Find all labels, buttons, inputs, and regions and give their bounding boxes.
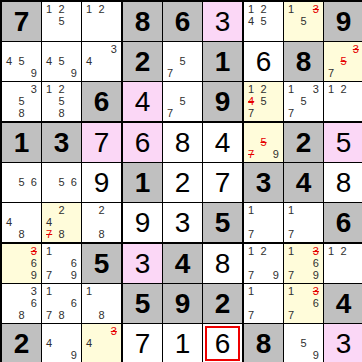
empty-slot [68, 83, 80, 95]
empty-slot [43, 176, 55, 188]
candidate-6: 6 [68, 297, 80, 309]
empty-slot [3, 68, 15, 80]
solved-digit: 6 [135, 129, 151, 157]
empty-slot [257, 285, 269, 297]
empty-slot [297, 297, 309, 309]
empty-slot [257, 216, 269, 228]
empty-slot [3, 257, 15, 269]
empty-slot [28, 216, 40, 228]
cell-r9c3[interactable]: 34 [82, 324, 123, 362]
empty-slot [43, 204, 55, 216]
empty-slot [95, 285, 107, 297]
cell-r4c9[interactable]: 5 [324, 123, 362, 163]
candidate-5: 5 [176, 95, 188, 107]
empty-slot [297, 245, 309, 257]
candidate-grid: 34 [83, 43, 120, 80]
empty-slot [68, 229, 80, 241]
empty-slot [68, 28, 80, 40]
cell-r1c3[interactable]: 12 [82, 2, 123, 42]
empty-slot [15, 216, 27, 228]
solved-digit: 7 [135, 330, 151, 358]
cell-r2c7[interactable]: 6 [244, 42, 284, 82]
empty-slot [15, 245, 27, 257]
empty-slot [325, 108, 337, 120]
empty-slot [15, 257, 27, 269]
empty-slot [43, 189, 55, 201]
cell-r5c1[interactable]: 56 [2, 163, 42, 203]
empty-slot [3, 204, 15, 216]
cell-r1c5[interactable]: 6 [163, 2, 203, 42]
empty-slot [15, 43, 27, 55]
cell-r3c9[interactable]: 12 [324, 82, 362, 123]
candidate-1: 1 [83, 3, 95, 15]
cell-r3c4[interactable]: 4 [123, 82, 163, 123]
empty-slot [337, 270, 349, 282]
cell-r1c2[interactable]: 125 [42, 2, 82, 42]
cell-r8c2[interactable]: 1678 [42, 284, 82, 324]
struck-candidate-5: 5 [337, 55, 349, 67]
empty-slot [83, 43, 95, 55]
empty-slot [310, 229, 322, 241]
cell-r3c6[interactable]: 9 [203, 82, 244, 123]
empty-slot [28, 108, 40, 120]
candidate-grid: 12 [83, 3, 120, 40]
empty-slot [95, 28, 107, 40]
empty-slot [43, 164, 55, 176]
empty-slot [15, 164, 27, 176]
solved-digit: 8 [336, 169, 352, 197]
empty-slot [68, 95, 80, 107]
empty-slot [43, 28, 55, 40]
struck-candidate-3: 3 [350, 43, 362, 55]
cell-r2c5[interactable]: 57 [163, 42, 203, 82]
empty-slot [257, 310, 269, 322]
candidate-grid: 579 [245, 124, 282, 161]
cell-r6c2[interactable]: 2478 [42, 203, 82, 244]
cell-r1c6[interactable]: 3 [203, 2, 244, 42]
empty-slot [55, 297, 67, 309]
given-digit: 6 [175, 8, 191, 36]
empty-slot [270, 95, 282, 107]
cell-r5c7[interactable]: 3 [244, 163, 284, 203]
cell-r4c8[interactable]: 2 [284, 123, 324, 163]
candidate-grid: 17 [285, 204, 322, 241]
candidate-3: 3 [28, 285, 40, 297]
cell-r9c1[interactable]: 2 [2, 324, 42, 362]
solved-digit: 3 [336, 330, 352, 358]
cell-r3c5[interactable]: 57 [163, 82, 203, 123]
cell-r2c4[interactable]: 2 [123, 42, 163, 82]
candidate-grid: 12457 [245, 83, 282, 120]
cell-r4c5[interactable]: 8 [163, 123, 203, 163]
cell-r3c8[interactable]: 1357 [284, 82, 324, 123]
candidate-7: 7 [285, 229, 297, 241]
candidate-grid: 12 [325, 83, 362, 120]
empty-slot [55, 350, 67, 362]
candidate-8: 8 [55, 108, 67, 120]
cell-r7c5[interactable]: 4 [163, 244, 203, 284]
cell-r3c2[interactable]: 1258 [42, 82, 82, 123]
empty-slot [68, 189, 80, 201]
empty-slot [3, 164, 15, 176]
candidate-9: 9 [310, 270, 322, 282]
cell-r3c1[interactable]: 358 [2, 82, 42, 123]
solved-digit: 6 [215, 330, 231, 358]
candidate-2: 2 [257, 245, 269, 257]
struck-candidate-7: 7 [43, 229, 55, 241]
candidate-1: 1 [43, 83, 55, 95]
candidate-grid: 1258 [43, 83, 80, 120]
board-row-3: 35812586457912457135712 [2, 82, 362, 123]
cell-r5c2[interactable]: 56 [42, 163, 82, 203]
empty-slot [245, 136, 257, 148]
empty-slot [108, 310, 120, 322]
struck-candidate-3: 3 [28, 245, 40, 257]
cell-r6c6[interactable]: 5 [203, 203, 244, 244]
empty-slot [297, 310, 309, 322]
candidate-2: 2 [55, 83, 67, 95]
empty-slot [257, 124, 269, 136]
empty-slot [68, 55, 80, 67]
empty-slot [257, 229, 269, 241]
cell-r8c6[interactable]: 2 [203, 284, 244, 324]
empty-slot [68, 164, 80, 176]
empty-slot [28, 310, 40, 322]
candidate-grid: 13679 [285, 245, 322, 282]
empty-slot [68, 285, 80, 297]
candidate-grid: 357 [325, 43, 362, 80]
empty-slot [310, 325, 322, 337]
empty-slot [55, 164, 67, 176]
empty-slot [297, 204, 309, 216]
empty-slot [28, 204, 40, 216]
empty-slot [310, 28, 322, 40]
candidate-2: 2 [55, 204, 67, 216]
empty-slot [108, 28, 120, 40]
empty-slot [337, 43, 349, 55]
empty-slot [95, 325, 107, 337]
cell-r1c8[interactable]: 135 [284, 2, 324, 42]
given-digit: 6 [94, 88, 110, 116]
given-digit: 2 [14, 330, 30, 358]
cell-r6c7[interactable]: 17 [244, 203, 284, 244]
cell-r4c3[interactable]: 7 [82, 123, 123, 163]
empty-slot [257, 149, 269, 161]
empty-slot [43, 95, 55, 107]
empty-slot [95, 55, 107, 67]
cell-r7c7[interactable]: 1279 [244, 244, 284, 284]
empty-slot [350, 95, 362, 107]
cell-r2c1[interactable]: 459 [2, 42, 42, 82]
empty-slot [95, 297, 107, 309]
empty-slot [83, 350, 95, 362]
empty-slot [108, 216, 120, 228]
empty-slot [297, 350, 309, 362]
empty-slot [325, 95, 337, 107]
empty-slot [28, 43, 40, 55]
empty-slot [55, 189, 67, 201]
empty-slot [108, 350, 120, 362]
empty-slot [176, 108, 188, 120]
board-row-1: 71251286312451359 [2, 2, 362, 42]
given-digit: 1 [215, 48, 231, 76]
empty-slot [95, 337, 107, 349]
candidate-grid: 135 [285, 3, 322, 40]
candidate-9: 9 [270, 270, 282, 282]
candidate-2: 2 [337, 83, 349, 95]
empty-slot [325, 257, 337, 269]
candidate-8: 8 [15, 310, 27, 322]
empty-slot [83, 15, 95, 27]
empty-slot [337, 68, 349, 80]
cell-r4c2[interactable]: 3 [42, 123, 82, 163]
given-digit: 3 [256, 169, 272, 197]
candidate-2: 2 [95, 3, 107, 15]
candidate-8: 8 [15, 229, 27, 241]
candidate-7: 7 [285, 310, 297, 322]
empty-slot [337, 108, 349, 120]
candidate-4: 4 [3, 216, 15, 228]
empty-slot [95, 15, 107, 27]
empty-slot [108, 204, 120, 216]
cell-r3c3[interactable]: 6 [82, 82, 123, 123]
empty-slot [189, 68, 201, 80]
empty-slot [3, 285, 15, 297]
cell-r1c1[interactable]: 7 [2, 2, 42, 42]
candidate-1: 1 [43, 285, 55, 297]
candidate-6: 6 [68, 257, 80, 269]
candidate-8: 8 [55, 310, 67, 322]
cell-r5c4[interactable]: 1 [123, 163, 163, 203]
board-row-7: 3691679534812791367912 [2, 244, 362, 284]
candidate-8: 8 [15, 108, 27, 120]
empty-slot [83, 297, 95, 309]
candidate-3: 3 [28, 83, 40, 95]
candidate-7: 7 [43, 270, 55, 282]
cell-r1c9[interactable]: 9 [324, 2, 362, 42]
candidate-7: 7 [285, 108, 297, 120]
struck-candidate-3: 3 [310, 3, 322, 15]
given-digit: 8 [135, 8, 151, 36]
candidate-3: 3 [310, 83, 322, 95]
cell-r9c9[interactable]: 3 [324, 324, 362, 362]
candidate-5: 5 [297, 95, 309, 107]
empty-slot [43, 297, 55, 309]
empty-slot [68, 43, 80, 55]
cell-r7c3[interactable]: 5 [82, 244, 123, 284]
cell-r8c8[interactable]: 1367 [284, 284, 324, 324]
cell-r7c8[interactable]: 13679 [284, 244, 324, 284]
empty-slot [297, 325, 309, 337]
cell-r4c7[interactable]: 579 [244, 123, 284, 163]
empty-slot [95, 216, 107, 228]
cell-r9c4[interactable]: 7 [123, 324, 163, 362]
empty-slot [15, 204, 27, 216]
empty-slot [3, 310, 15, 322]
empty-slot [310, 108, 322, 120]
candidate-9: 9 [28, 68, 40, 80]
empty-slot [297, 28, 309, 40]
given-digit: 3 [54, 129, 70, 157]
empty-slot [337, 95, 349, 107]
cell-r7c2[interactable]: 1679 [42, 244, 82, 284]
candidate-5: 5 [15, 176, 27, 188]
candidate-6: 6 [310, 257, 322, 269]
empty-slot [43, 350, 55, 362]
cell-r6c3[interactable]: 28 [82, 203, 123, 244]
candidate-grid: 459 [3, 43, 40, 80]
empty-slot [83, 28, 95, 40]
candidate-1: 1 [325, 83, 337, 95]
empty-slot [68, 15, 80, 27]
cell-r7c1[interactable]: 369 [2, 244, 42, 284]
cell-r9c8[interactable]: 59 [284, 324, 324, 362]
candidate-7: 7 [245, 310, 257, 322]
empty-slot [310, 15, 322, 27]
cell-r4c1[interactable]: 1 [2, 123, 42, 163]
empty-slot [43, 43, 55, 55]
cell-r8c4[interactable]: 5 [123, 284, 163, 324]
empty-slot [3, 245, 15, 257]
candidate-4: 4 [43, 55, 55, 67]
candidate-1: 1 [83, 285, 95, 297]
cell-r5c8[interactable]: 4 [284, 163, 324, 203]
empty-slot [270, 310, 282, 322]
cell-r8c5[interactable]: 9 [163, 284, 203, 324]
cell-r2c2[interactable]: 459 [42, 42, 82, 82]
candidate-8: 8 [55, 229, 67, 241]
solved-digit: 3 [135, 250, 151, 278]
empty-slot [270, 285, 282, 297]
cell-r8c9[interactable]: 4 [324, 284, 362, 324]
empty-slot [245, 216, 257, 228]
given-digit: 9 [175, 290, 191, 318]
empty-slot [285, 325, 297, 337]
cell-r2c9[interactable]: 357 [324, 42, 362, 82]
empty-slot [176, 68, 188, 80]
empty-slot [164, 43, 176, 55]
empty-slot [350, 245, 362, 257]
cell-r5c5[interactable]: 2 [163, 163, 203, 203]
candidate-grid: 1279 [245, 245, 282, 282]
empty-slot [83, 216, 95, 228]
solved-digit: 3 [175, 209, 191, 237]
cell-r9c5[interactable]: 1 [163, 324, 203, 362]
given-digit: 5 [135, 290, 151, 318]
candidate-9: 9 [310, 350, 322, 362]
empty-slot [297, 108, 309, 120]
cell-r2c3[interactable]: 34 [82, 42, 123, 82]
candidate-5: 5 [55, 15, 67, 27]
empty-slot [257, 28, 269, 40]
cell-r9c2[interactable]: 49 [42, 324, 82, 362]
cell-r1c7[interactable]: 1245 [244, 2, 284, 42]
empty-slot [337, 257, 349, 269]
cell-r5c9[interactable]: 8 [324, 163, 362, 203]
empty-slot [310, 204, 322, 216]
candidate-1: 1 [245, 83, 257, 95]
candidate-7: 7 [245, 229, 257, 241]
solved-digit: 2 [175, 169, 191, 197]
cell-r7c9[interactable]: 12 [324, 244, 362, 284]
cell-r1c4[interactable]: 8 [123, 2, 163, 42]
cell-r3c7[interactable]: 12457 [244, 82, 284, 123]
empty-slot [310, 95, 322, 107]
empty-slot [164, 95, 176, 107]
given-digit: 5 [215, 209, 231, 237]
empty-slot [257, 270, 269, 282]
candidate-5: 5 [55, 176, 67, 188]
empty-slot [108, 297, 120, 309]
cell-r6c9[interactable]: 6 [324, 203, 362, 244]
empty-slot [3, 83, 15, 95]
struck-candidate-5: 5 [257, 136, 269, 148]
board-row-5: 56569127348 [2, 163, 362, 203]
cell-r6c4[interactable]: 9 [123, 203, 163, 244]
empty-slot [189, 108, 201, 120]
candidate-grid: 17 [245, 204, 282, 241]
empty-slot [270, 3, 282, 15]
solved-digit: 5 [336, 129, 352, 157]
cell-r8c7[interactable]: 17 [244, 284, 284, 324]
struck-candidate-4: 4 [245, 95, 257, 107]
cell-r4c4[interactable]: 6 [123, 123, 163, 163]
empty-slot [176, 83, 188, 95]
cell-r7c4[interactable]: 3 [123, 244, 163, 284]
candidate-7: 7 [245, 270, 257, 282]
empty-slot [164, 83, 176, 95]
candidate-grid: 1367 [285, 285, 322, 322]
empty-slot [95, 43, 107, 55]
cell-r8c1[interactable]: 368 [2, 284, 42, 324]
empty-slot [43, 15, 55, 27]
candidate-2: 2 [337, 245, 349, 257]
struck-candidate-3: 3 [108, 325, 120, 337]
empty-slot [325, 270, 337, 282]
cell-r6c5[interactable]: 3 [163, 203, 203, 244]
solved-digit: 4 [135, 88, 151, 116]
cell-r5c6[interactable]: 7 [203, 163, 244, 203]
empty-slot [285, 350, 297, 362]
empty-slot [270, 15, 282, 27]
cell-r6c8[interactable]: 17 [284, 203, 324, 244]
sudoku-board: 7125128631245135945945934257168357358125… [0, 0, 362, 362]
empty-slot [257, 297, 269, 309]
empty-slot [245, 297, 257, 309]
cell-r9c7[interactable]: 8 [244, 324, 284, 362]
solved-digit: 3 [215, 8, 231, 36]
cell-r6c1[interactable]: 48 [2, 203, 42, 244]
empty-slot [350, 68, 362, 80]
empty-slot [28, 95, 40, 107]
cell-r9c6[interactable]: 6 [203, 324, 244, 362]
empty-slot [3, 229, 15, 241]
cell-r2c6[interactable]: 1 [203, 42, 244, 82]
empty-slot [297, 83, 309, 95]
cell-r8c3[interactable]: 18 [82, 284, 123, 324]
board-row-4: 13768457925 [2, 123, 362, 163]
cell-r4c6[interactable]: 4 [203, 123, 244, 163]
solved-digit: 8 [175, 129, 191, 157]
candidate-4: 4 [83, 55, 95, 67]
empty-slot [297, 3, 309, 15]
empty-slot [297, 285, 309, 297]
empty-slot [95, 350, 107, 362]
cell-r2c8[interactable]: 8 [284, 42, 324, 82]
cell-r7c6[interactable]: 8 [203, 244, 244, 284]
cell-r5c3[interactable]: 9 [82, 163, 123, 203]
empty-slot [270, 216, 282, 228]
